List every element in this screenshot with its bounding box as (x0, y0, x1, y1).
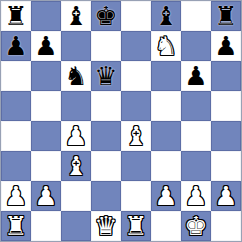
square-h8[interactable]: ♜ (211, 1, 241, 31)
square-h6[interactable] (211, 61, 241, 91)
square-a7[interactable]: ♟ (1, 31, 31, 61)
square-f1[interactable] (151, 211, 181, 241)
square-h3[interactable] (211, 151, 241, 181)
square-d1[interactable]: ♛ (91, 211, 121, 241)
square-e2[interactable] (121, 181, 151, 211)
square-c1[interactable] (61, 211, 91, 241)
square-e8[interactable] (121, 1, 151, 31)
white-pawn-piece[interactable]: ♟ (4, 181, 27, 211)
square-e3[interactable] (121, 151, 151, 181)
square-b8[interactable] (31, 1, 61, 31)
square-g3[interactable] (181, 151, 211, 181)
square-c2[interactable] (61, 181, 91, 211)
square-h4[interactable] (211, 121, 241, 151)
square-h5[interactable] (211, 91, 241, 121)
chess-board: ♜♝♚♝♜♟♟♞♟♞♛♟♟♝♝♟♟♟♟♟♜♛♜♚ (0, 0, 242, 242)
square-d4[interactable] (91, 121, 121, 151)
square-g4[interactable] (181, 121, 211, 151)
black-bishop-piece[interactable]: ♝ (64, 1, 87, 31)
square-a6[interactable] (1, 61, 31, 91)
square-f6[interactable] (151, 61, 181, 91)
white-rook-piece[interactable]: ♜ (4, 211, 27, 241)
square-g2[interactable]: ♟ (181, 181, 211, 211)
square-f4[interactable] (151, 121, 181, 151)
square-a4[interactable] (1, 121, 31, 151)
square-a1[interactable]: ♜ (1, 211, 31, 241)
square-d3[interactable] (91, 151, 121, 181)
black-bishop-piece[interactable]: ♝ (154, 1, 177, 31)
white-pawn-piece[interactable]: ♟ (154, 181, 177, 211)
white-king-piece[interactable]: ♚ (184, 211, 207, 241)
square-g7[interactable] (181, 31, 211, 61)
black-king-piece[interactable]: ♚ (94, 1, 117, 31)
square-h1[interactable] (211, 211, 241, 241)
black-queen-piece[interactable]: ♛ (94, 61, 117, 91)
square-f3[interactable] (151, 151, 181, 181)
square-g8[interactable] (181, 1, 211, 31)
black-pawn-piece[interactable]: ♟ (4, 31, 27, 61)
square-c5[interactable] (61, 91, 91, 121)
black-rook-piece[interactable]: ♜ (214, 1, 237, 31)
square-a2[interactable]: ♟ (1, 181, 31, 211)
black-rook-piece[interactable]: ♜ (4, 1, 27, 31)
square-b1[interactable] (31, 211, 61, 241)
square-g6[interactable]: ♟ (181, 61, 211, 91)
square-e1[interactable]: ♜ (121, 211, 151, 241)
square-c8[interactable]: ♝ (61, 1, 91, 31)
white-pawn-piece[interactable]: ♟ (64, 121, 87, 151)
square-e6[interactable] (121, 61, 151, 91)
square-f5[interactable] (151, 91, 181, 121)
black-pawn-piece[interactable]: ♟ (214, 31, 237, 61)
black-pawn-piece[interactable]: ♟ (184, 61, 207, 91)
square-g1[interactable]: ♚ (181, 211, 211, 241)
square-a5[interactable] (1, 91, 31, 121)
square-c3[interactable]: ♝ (61, 151, 91, 181)
square-f7[interactable]: ♞ (151, 31, 181, 61)
square-b6[interactable] (31, 61, 61, 91)
square-e5[interactable] (121, 91, 151, 121)
square-h7[interactable]: ♟ (211, 31, 241, 61)
square-b2[interactable]: ♟ (31, 181, 61, 211)
square-f2[interactable]: ♟ (151, 181, 181, 211)
square-c4[interactable]: ♟ (61, 121, 91, 151)
white-rook-piece[interactable]: ♜ (124, 211, 147, 241)
square-c6[interactable]: ♞ (61, 61, 91, 91)
white-pawn-piece[interactable]: ♟ (214, 181, 237, 211)
square-d5[interactable] (91, 91, 121, 121)
square-b4[interactable] (31, 121, 61, 151)
white-bishop-piece[interactable]: ♝ (124, 121, 147, 151)
square-b7[interactable]: ♟ (31, 31, 61, 61)
square-c7[interactable] (61, 31, 91, 61)
chess-board-wrapper: ♜♝♚♝♜♟♟♞♟♞♛♟♟♝♝♟♟♟♟♟♜♛♜♚ (0, 0, 242, 242)
square-g5[interactable] (181, 91, 211, 121)
square-d6[interactable]: ♛ (91, 61, 121, 91)
square-b3[interactable] (31, 151, 61, 181)
white-bishop-piece[interactable]: ♝ (64, 151, 87, 181)
square-h2[interactable]: ♟ (211, 181, 241, 211)
square-d7[interactable] (91, 31, 121, 61)
square-b5[interactable] (31, 91, 61, 121)
white-pawn-piece[interactable]: ♟ (184, 181, 207, 211)
square-d8[interactable]: ♚ (91, 1, 121, 31)
black-pawn-piece[interactable]: ♟ (34, 31, 57, 61)
white-queen-piece[interactable]: ♛ (94, 211, 117, 241)
white-pawn-piece[interactable]: ♟ (34, 181, 57, 211)
square-e7[interactable] (121, 31, 151, 61)
white-knight-piece[interactable]: ♞ (154, 31, 177, 61)
square-a3[interactable] (1, 151, 31, 181)
square-f8[interactable]: ♝ (151, 1, 181, 31)
square-d2[interactable] (91, 181, 121, 211)
square-a8[interactable]: ♜ (1, 1, 31, 31)
square-e4[interactable]: ♝ (121, 121, 151, 151)
black-knight-piece[interactable]: ♞ (64, 61, 87, 91)
